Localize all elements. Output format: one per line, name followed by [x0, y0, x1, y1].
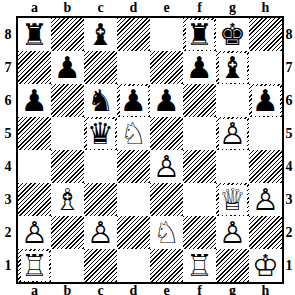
- file-label-g: g: [229, 283, 236, 295]
- square-g6[interactable]: [216, 84, 249, 117]
- square-f7[interactable]: ♟: [183, 51, 216, 84]
- rank-label-5: 5: [5, 126, 12, 142]
- square-g8[interactable]: ♚: [216, 18, 249, 51]
- file-label-d: d: [130, 283, 138, 295]
- square-c8[interactable]: ♝: [84, 18, 117, 51]
- piece-black-pawn[interactable]: ♟: [120, 86, 148, 116]
- file-label-h: h: [262, 0, 270, 16]
- square-g7[interactable]: ♝: [216, 51, 249, 84]
- square-b7[interactable]: ♟: [51, 51, 84, 84]
- board[interactable]: ♜♝♜♚♟♟♝♟♞♟♟♟♛♘♙♙♗♕♙♙♙♘♙♖♖♔: [16, 16, 284, 284]
- file-label-e: e: [163, 283, 169, 295]
- square-e3[interactable]: [150, 183, 183, 216]
- square-c7[interactable]: [84, 51, 117, 84]
- square-a4[interactable]: [18, 150, 51, 183]
- file-label-g: g: [229, 0, 236, 16]
- file-labels-bottom: a b c d e f g h: [18, 283, 282, 295]
- piece-white-pawn[interactable]: ♙: [219, 119, 247, 149]
- square-h1[interactable]: ♔: [249, 249, 282, 282]
- rank-label-4: 4: [286, 159, 293, 175]
- rank-label-1: 1: [286, 258, 293, 274]
- square-d4[interactable]: [117, 150, 150, 183]
- piece-black-pawn[interactable]: ♟: [252, 86, 280, 116]
- square-a6[interactable]: ♟: [18, 84, 51, 117]
- rank-label-3: 3: [286, 192, 293, 208]
- square-c5[interactable]: ♛: [84, 117, 117, 150]
- square-c6[interactable]: ♞: [84, 84, 117, 117]
- file-label-f: f: [197, 283, 202, 295]
- square-d7[interactable]: [117, 51, 150, 84]
- square-b6[interactable]: [51, 84, 84, 117]
- square-b1[interactable]: [51, 249, 84, 282]
- piece-white-rook[interactable]: ♖: [21, 251, 49, 281]
- square-b3[interactable]: ♗: [51, 183, 84, 216]
- piece-white-king[interactable]: ♔: [252, 251, 280, 281]
- square-b5[interactable]: [51, 117, 84, 150]
- square-b4[interactable]: [51, 150, 84, 183]
- piece-black-pawn[interactable]: ♟: [153, 86, 181, 116]
- square-b2[interactable]: [51, 216, 84, 249]
- file-label-a: a: [31, 0, 38, 16]
- square-e8[interactable]: [150, 18, 183, 51]
- square-e1[interactable]: [150, 249, 183, 282]
- file-label-c: c: [97, 283, 103, 295]
- square-g5[interactable]: ♙: [216, 117, 249, 150]
- square-f8[interactable]: ♜: [183, 18, 216, 51]
- square-a5[interactable]: [18, 117, 51, 150]
- square-b8[interactable]: [51, 18, 84, 51]
- rank-label-2: 2: [286, 225, 293, 241]
- square-h7[interactable]: [249, 51, 282, 84]
- square-e6[interactable]: ♟: [150, 84, 183, 117]
- rank-label-6: 6: [286, 93, 293, 109]
- rank-label-3: 3: [5, 192, 12, 208]
- square-e7[interactable]: [150, 51, 183, 84]
- piece-white-bishop[interactable]: ♗: [54, 185, 82, 215]
- piece-black-rook[interactable]: ♜: [186, 20, 214, 50]
- square-h8[interactable]: [249, 18, 282, 51]
- rank-label-1: 1: [5, 258, 12, 274]
- rank-label-5: 5: [286, 126, 293, 142]
- piece-white-knight[interactable]: ♘: [153, 218, 181, 248]
- square-f6[interactable]: [183, 84, 216, 117]
- square-a2[interactable]: ♙: [18, 216, 51, 249]
- square-e4[interactable]: ♙: [150, 150, 183, 183]
- square-h3[interactable]: ♙: [249, 183, 282, 216]
- piece-black-pawn[interactable]: ♟: [54, 53, 82, 83]
- square-h6[interactable]: ♟: [249, 84, 282, 117]
- piece-white-knight[interactable]: ♘: [120, 119, 148, 149]
- square-f3[interactable]: [183, 183, 216, 216]
- piece-black-bishop[interactable]: ♝: [87, 20, 115, 50]
- rank-label-7: 7: [5, 60, 12, 76]
- piece-black-bishop[interactable]: ♝: [219, 53, 247, 83]
- piece-white-rook[interactable]: ♖: [186, 251, 214, 281]
- piece-white-pawn[interactable]: ♙: [219, 218, 247, 248]
- rank-labels-right: 8 7 6 5 4 3 2 1: [283, 18, 295, 282]
- square-a7[interactable]: [18, 51, 51, 84]
- square-c4[interactable]: [84, 150, 117, 183]
- piece-white-pawn[interactable]: ♙: [252, 185, 280, 215]
- square-d3[interactable]: [117, 183, 150, 216]
- rank-label-6: 6: [5, 93, 12, 109]
- square-g4[interactable]: [216, 150, 249, 183]
- file-label-e: e: [163, 0, 169, 16]
- square-a3[interactable]: [18, 183, 51, 216]
- file-label-c: c: [97, 0, 103, 16]
- square-g1[interactable]: [216, 249, 249, 282]
- rank-label-4: 4: [5, 159, 12, 175]
- piece-white-pawn[interactable]: ♙: [153, 152, 181, 182]
- square-h2[interactable]: [249, 216, 282, 249]
- square-e2[interactable]: ♘: [150, 216, 183, 249]
- piece-black-pawn[interactable]: ♟: [186, 53, 214, 83]
- file-labels-top: a b c d e f g h: [18, 0, 282, 16]
- piece-black-pawn[interactable]: ♟: [21, 86, 49, 116]
- file-label-b: b: [64, 283, 72, 295]
- square-c3[interactable]: [84, 183, 117, 216]
- file-label-a: a: [31, 283, 38, 295]
- square-a1[interactable]: ♖: [18, 249, 51, 282]
- rank-label-8: 8: [286, 27, 293, 43]
- piece-white-pawn[interactable]: ♙: [87, 218, 115, 248]
- file-label-h: h: [262, 283, 270, 295]
- chess-diagram: a b c d e f g h 8 7 6 5 4 3 2 1 ♜♝♜♚♟♟♝♟…: [0, 0, 295, 295]
- square-f1[interactable]: ♖: [183, 249, 216, 282]
- square-g2[interactable]: ♙: [216, 216, 249, 249]
- rank-labels-left: 8 7 6 5 4 3 2 1: [0, 18, 16, 282]
- piece-white-pawn[interactable]: ♙: [21, 218, 49, 248]
- square-h5[interactable]: [249, 117, 282, 150]
- square-f5[interactable]: [183, 117, 216, 150]
- piece-black-knight[interactable]: ♞: [87, 86, 115, 116]
- rank-label-7: 7: [286, 60, 293, 76]
- piece-black-rook[interactable]: ♜: [21, 20, 49, 50]
- rank-label-2: 2: [5, 225, 12, 241]
- square-d5[interactable]: ♘: [117, 117, 150, 150]
- square-c2[interactable]: ♙: [84, 216, 117, 249]
- square-f2[interactable]: [183, 216, 216, 249]
- piece-black-queen[interactable]: ♛: [87, 119, 115, 149]
- square-g3[interactable]: ♕: [216, 183, 249, 216]
- square-d1[interactable]: [117, 249, 150, 282]
- rank-label-8: 8: [5, 27, 12, 43]
- square-d2[interactable]: [117, 216, 150, 249]
- piece-white-queen[interactable]: ♕: [219, 185, 247, 215]
- piece-black-king[interactable]: ♚: [219, 20, 247, 50]
- square-a8[interactable]: ♜: [18, 18, 51, 51]
- square-h4[interactable]: [249, 150, 282, 183]
- square-d8[interactable]: [117, 18, 150, 51]
- square-f4[interactable]: [183, 150, 216, 183]
- square-d6[interactable]: ♟: [117, 84, 150, 117]
- file-label-f: f: [197, 0, 202, 16]
- square-e5[interactable]: [150, 117, 183, 150]
- file-label-b: b: [64, 0, 72, 16]
- file-label-d: d: [130, 0, 138, 16]
- square-c1[interactable]: [84, 249, 117, 282]
